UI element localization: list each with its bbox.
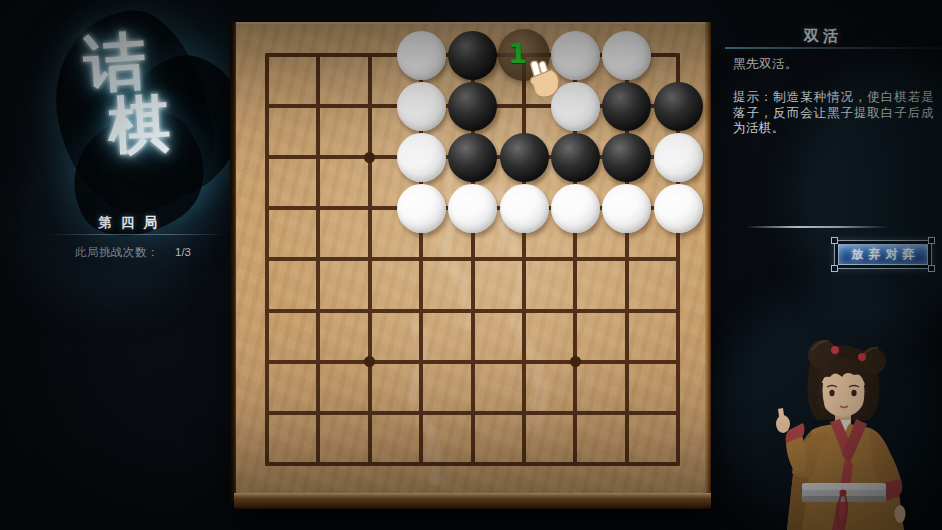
white-stone — [397, 82, 446, 131]
white-stone — [448, 184, 497, 233]
black-stone — [602, 82, 651, 131]
left-panel-divider — [50, 234, 222, 235]
white-stone — [500, 184, 549, 233]
puzzle-hint: 提示：制造某种情况，使白棋若是落子，反而会让黑子提取白子后成为活棋。 — [733, 90, 934, 137]
star-point — [364, 152, 375, 163]
white-stone — [654, 133, 703, 182]
grid-line-horizontal — [265, 411, 680, 415]
white-stone — [602, 31, 651, 80]
frame-corner-ornament — [831, 237, 838, 244]
tap-hand-cursor-icon — [525, 58, 561, 102]
white-stone — [397, 184, 446, 233]
title-underline — [725, 47, 942, 49]
go-board: 1 — [230, 22, 711, 508]
grid-line-horizontal — [265, 309, 680, 313]
game-screen: { "game": "go", "scene": "tsumego-puzzle… — [0, 0, 942, 530]
grid-line-vertical — [522, 53, 526, 466]
black-stone — [500, 133, 549, 182]
resign-button[interactable]: 放弃对弈 — [838, 244, 928, 265]
white-stone — [397, 31, 446, 80]
attempts-counter: 此局挑战次数： 1/3 — [75, 245, 191, 260]
frame-corner-ornament — [928, 237, 935, 244]
stage-title: 第四局 — [53, 214, 202, 232]
white-stone — [397, 133, 446, 182]
attempts-value: 1/3 — [175, 246, 191, 258]
grid-line-horizontal — [265, 257, 680, 261]
black-stone — [654, 82, 703, 131]
puzzle-info-panel: 双活 黑先双活。 提示：制造某种情况，使白棋若是落子，反而会让黑子提取白子后成为… — [725, 0, 942, 300]
board-bottom-edge — [234, 493, 711, 509]
star-point — [570, 356, 581, 367]
puzzle-logo-char-2: 棋 — [106, 92, 171, 157]
board-surface[interactable]: 1 — [236, 22, 705, 493]
white-stone — [654, 184, 703, 233]
character-illustration — [742, 330, 942, 530]
board-right-edge — [705, 22, 711, 495]
star-point — [364, 356, 375, 367]
black-stone — [448, 133, 497, 182]
white-stone — [602, 184, 651, 233]
button-divider — [747, 226, 889, 228]
grid-line-horizontal — [265, 462, 680, 466]
black-stone — [448, 82, 497, 131]
puzzle-title: 双活 — [725, 27, 917, 46]
black-stone — [448, 31, 497, 80]
frame-corner-ornament — [831, 265, 838, 272]
black-stone — [551, 133, 600, 182]
attempts-label: 此局挑战次数： — [75, 245, 159, 260]
frame-corner-ornament — [928, 265, 935, 272]
grid-line-horizontal — [265, 360, 680, 364]
puzzle-logo-char-1: 诘 — [82, 30, 148, 96]
puzzle-objective: 黑先双活。 — [733, 56, 798, 73]
black-stone — [602, 133, 651, 182]
white-stone — [551, 184, 600, 233]
resign-button-frame: 放弃对弈 — [834, 240, 932, 269]
